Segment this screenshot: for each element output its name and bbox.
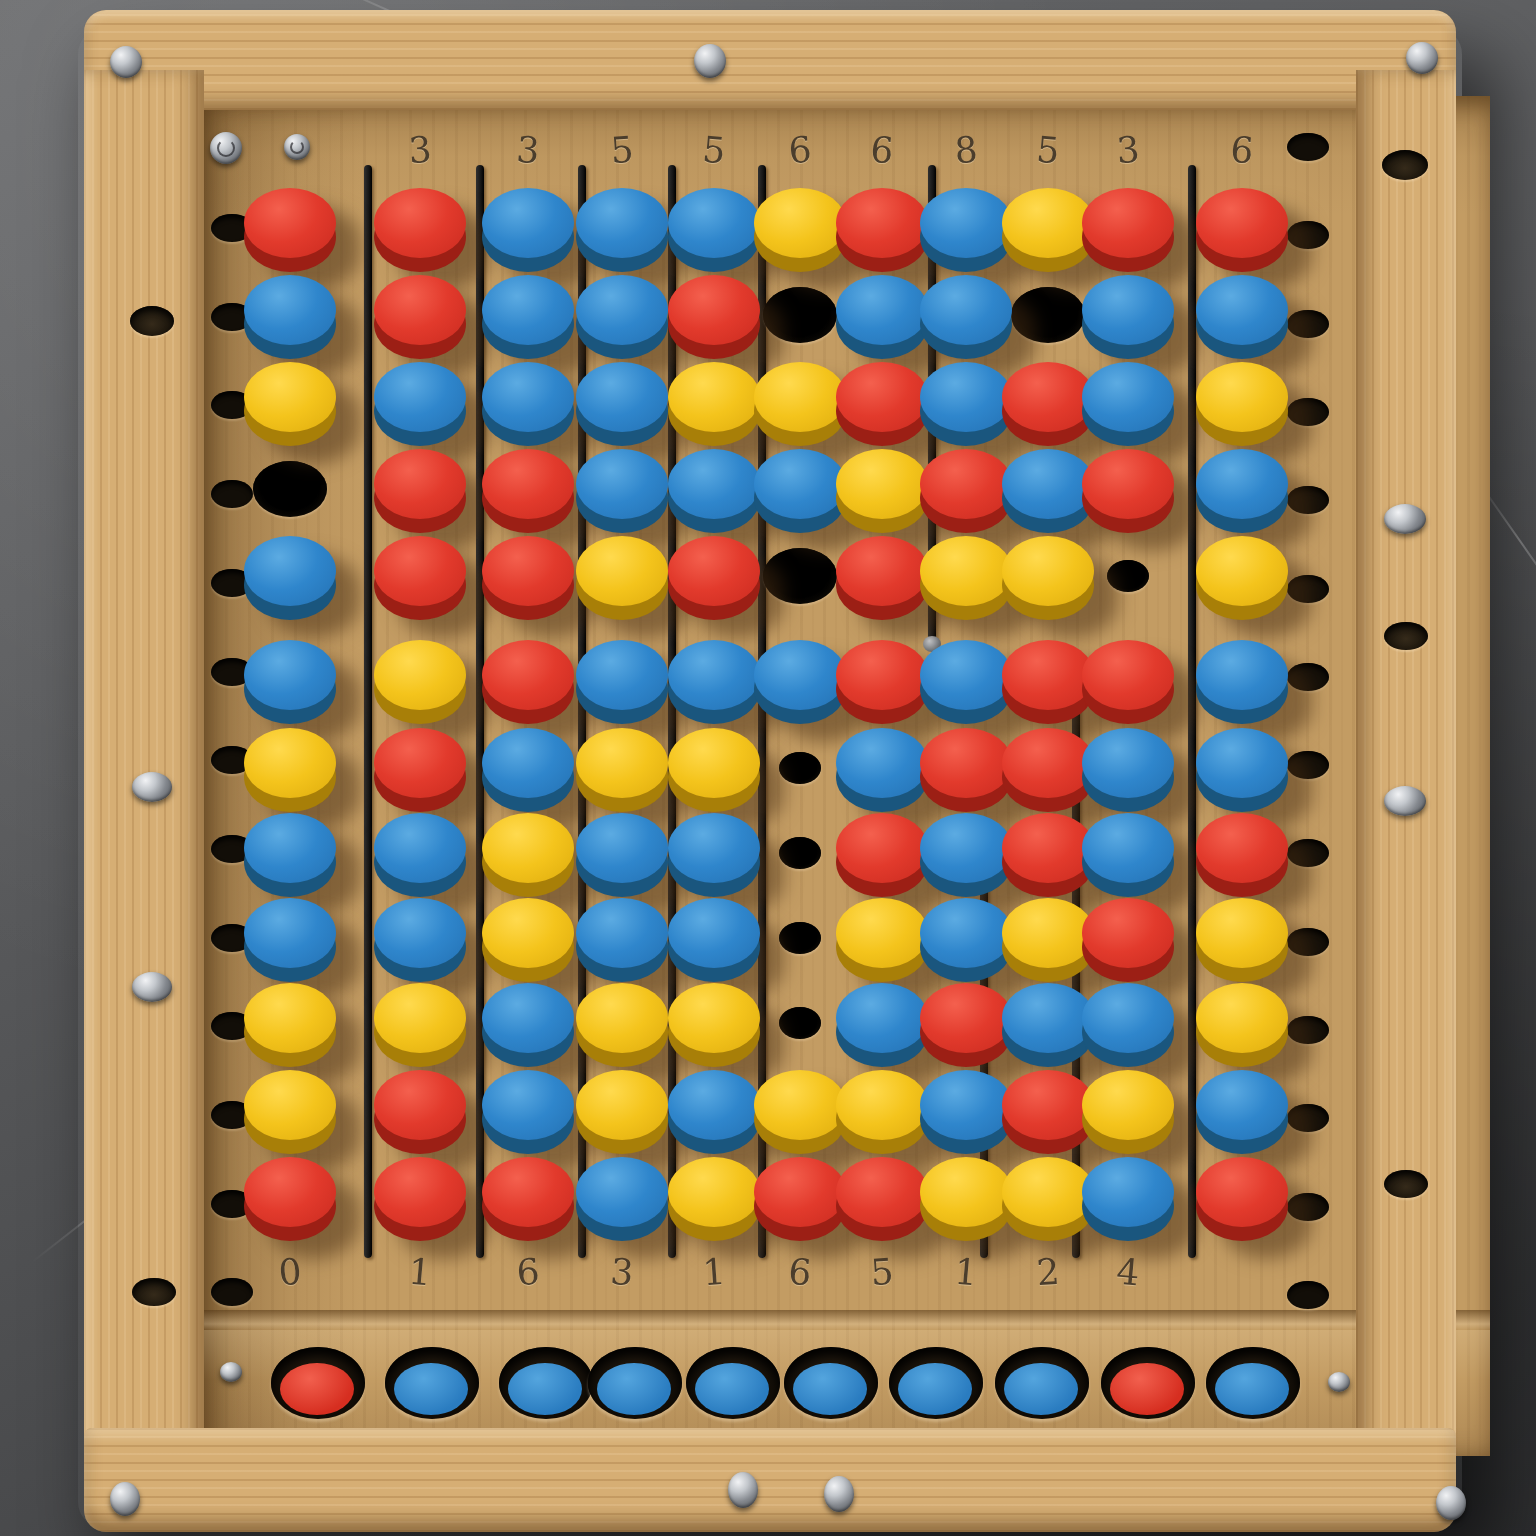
peg-blue[interactable] [244,536,336,620]
peg-red[interactable] [1002,640,1094,724]
peg-yellow[interactable] [576,983,668,1067]
peg-yellow[interactable] [244,728,336,812]
peg-blue[interactable] [668,188,760,272]
peg-blue[interactable] [1082,983,1174,1067]
peg-blue[interactable] [1002,449,1094,533]
peg-red[interactable] [836,813,928,897]
peg-blue[interactable] [1082,1157,1174,1241]
peg-red[interactable] [1196,813,1288,897]
screw-icon [132,972,172,1002]
column-label-top: 6 [787,129,813,171]
peg-yellow[interactable] [1196,536,1288,620]
column-label-bottom: 2 [1035,1251,1061,1293]
peg-blue[interactable] [576,640,668,724]
peg-red[interactable] [482,640,574,724]
tray-peg-blue[interactable] [1215,1363,1289,1415]
peg-blue[interactable] [482,275,574,359]
peg-blue[interactable] [244,898,336,982]
peg-red[interactable] [374,1070,466,1154]
peg-blue[interactable] [244,275,336,359]
tray-peg-red[interactable] [280,1363,354,1415]
peg-yellow[interactable] [1082,1070,1174,1154]
screw-icon [1436,1486,1466,1520]
empty-peg-hole[interactable] [763,548,837,604]
peg-red[interactable] [244,188,336,272]
peg-yellow[interactable] [1196,983,1288,1067]
tray-recess[interactable] [784,1347,878,1419]
side-hole [1287,1016,1329,1044]
peg-red[interactable] [1002,728,1094,812]
rail-hole [130,306,174,336]
tray-peg-blue[interactable] [394,1363,468,1415]
peg-blue[interactable] [1082,728,1174,812]
column-label-bottom: 1 [701,1251,727,1293]
peg-red[interactable] [482,449,574,533]
screw-icon [728,1472,758,1508]
peg-blue[interactable] [576,275,668,359]
peg-red[interactable] [1082,449,1174,533]
peg-blue[interactable] [1082,362,1174,446]
tray-step-edge [202,1310,1490,1330]
peg-yellow[interactable] [1002,1157,1094,1241]
tray-peg-blue[interactable] [793,1363,867,1415]
column-label-bottom: 6 [787,1251,813,1294]
side-hole [1287,1281,1329,1309]
peg-red[interactable] [482,536,574,620]
peg-blue[interactable] [754,640,846,724]
empty-peg-hole[interactable] [1011,287,1085,343]
peg-blue[interactable] [920,640,1012,724]
side-hole [1287,1193,1329,1221]
peg-blue[interactable] [576,188,668,272]
column-label-bottom: 5 [869,1251,895,1293]
peg-blue[interactable] [374,813,466,897]
peg-yellow[interactable] [482,898,574,982]
peg-red[interactable] [836,1157,928,1241]
peg-yellow[interactable] [754,362,846,446]
peg-red[interactable] [754,1157,846,1241]
small-hole [779,837,821,869]
peg-blue[interactable] [668,449,760,533]
column-label-top: 6 [869,129,895,172]
peg-red[interactable] [1196,188,1288,272]
screw-icon [1406,42,1438,74]
peg-red[interactable] [920,449,1012,533]
tray-peg-blue[interactable] [508,1363,582,1415]
peg-red[interactable] [374,536,466,620]
peg-red[interactable] [836,188,928,272]
column-label-top: 5 [1035,129,1061,172]
peg-red[interactable] [1002,813,1094,897]
screw-icon [110,1482,140,1516]
peg-blue[interactable] [482,1070,574,1154]
peg-blue[interactable] [576,362,668,446]
frame-rail-left [84,70,204,1465]
peg-yellow[interactable] [836,898,928,982]
peg-blue[interactable] [668,898,760,982]
peg-blue[interactable] [920,898,1012,982]
peg-blue[interactable] [482,362,574,446]
peg-red[interactable] [374,728,466,812]
screw-icon [1384,786,1426,816]
peg-red[interactable] [374,449,466,533]
peg-yellow[interactable] [576,536,668,620]
peg-yellow[interactable] [1002,536,1094,620]
peg-blue[interactable] [668,1070,760,1154]
peg-red[interactable] [374,275,466,359]
column-label-bottom: 1 [407,1251,433,1294]
peg-blue[interactable] [920,275,1012,359]
peg-red[interactable] [836,536,928,620]
peg-yellow[interactable] [754,1070,846,1154]
tray-recess[interactable] [385,1347,479,1419]
peg-yellow[interactable] [244,983,336,1067]
side-hole [1287,398,1329,426]
peg-yellow[interactable] [836,449,928,533]
column-label-top: 6 [1229,129,1255,172]
peg-yellow[interactable] [482,813,574,897]
peg-red[interactable] [920,728,1012,812]
peg-red[interactable] [1196,1157,1288,1241]
peg-yellow[interactable] [920,536,1012,620]
column-label-top: 3 [407,129,433,171]
peg-blue[interactable] [374,898,466,982]
column-label-top: 3 [515,129,541,172]
peg-red[interactable] [1082,898,1174,982]
peg-red[interactable] [836,640,928,724]
peg-yellow[interactable] [1002,188,1094,272]
peg-blue[interactable] [482,728,574,812]
peg-red[interactable] [668,275,760,359]
peg-blue[interactable] [920,813,1012,897]
peg-red[interactable] [244,1157,336,1241]
peg-red[interactable] [1002,362,1094,446]
peg-blue[interactable] [920,1070,1012,1154]
peg-red[interactable] [482,1157,574,1241]
side-hole [1287,751,1329,779]
peg-red[interactable] [1082,640,1174,724]
tray-recess[interactable] [686,1347,780,1419]
peg-yellow[interactable] [668,728,760,812]
peg-yellow[interactable] [754,188,846,272]
peg-yellow[interactable] [668,983,760,1067]
peg-blue[interactable] [668,640,760,724]
column-label-top: 3 [1115,129,1141,171]
small-hole [779,922,821,954]
frame-rail-bottom [84,1428,1456,1532]
peg-blue[interactable] [920,188,1012,272]
column-label-bottom: 6 [515,1251,541,1293]
peg-blue[interactable] [1082,813,1174,897]
tray-recess[interactable] [499,1347,593,1419]
peg-blue[interactable] [836,728,928,812]
peg-blue[interactable] [1082,275,1174,359]
peg-blue[interactable] [1196,275,1288,359]
tray-recess[interactable] [995,1347,1089,1419]
peg-blue[interactable] [576,449,668,533]
peg-yellow[interactable] [1002,898,1094,982]
tray-recess[interactable] [1206,1347,1300,1419]
frame-rail-top [84,10,1456,110]
rail-hole [1382,150,1428,180]
column-label-bottom: 0 [277,1251,303,1293]
peg-yellow[interactable] [668,362,760,446]
side-hole [1287,663,1329,691]
column-label-bottom: 1 [953,1251,979,1294]
tray-recess[interactable] [588,1347,682,1419]
peg-blue[interactable] [1196,728,1288,812]
peg-yellow[interactable] [1196,898,1288,982]
peg-blue[interactable] [482,983,574,1067]
peg-blue[interactable] [482,188,574,272]
side-hole [1287,486,1329,514]
rail-hole [1384,1170,1428,1198]
peg-blue[interactable] [920,362,1012,446]
side-hole [1287,133,1329,161]
peg-red[interactable] [374,1157,466,1241]
column-label-top: 5 [701,129,727,172]
peg-blue[interactable] [754,449,846,533]
peg-blue[interactable] [836,983,928,1067]
peg-yellow[interactable] [374,640,466,724]
peg-yellow[interactable] [576,728,668,812]
peg-yellow[interactable] [1196,362,1288,446]
peg-yellow[interactable] [374,983,466,1067]
peg-red[interactable] [374,188,466,272]
side-hole [1287,928,1329,956]
peg-blue[interactable] [1196,640,1288,724]
peg-blue[interactable] [244,813,336,897]
tray-peg-blue[interactable] [1004,1363,1078,1415]
tray-peg-red[interactable] [1110,1363,1184,1415]
tray-recess[interactable] [889,1347,983,1419]
peg-yellow[interactable] [244,1070,336,1154]
tray-recess[interactable] [1101,1347,1195,1419]
small-hole [779,1007,821,1039]
screw-icon [284,134,310,160]
peg-blue[interactable] [244,640,336,724]
peg-blue[interactable] [576,898,668,982]
side-hole [211,480,253,508]
peg-red[interactable] [836,362,928,446]
column-divider-line [1188,165,1196,1258]
peg-yellow[interactable] [576,1070,668,1154]
peg-red[interactable] [920,983,1012,1067]
tray-peg-blue[interactable] [898,1363,972,1415]
peg-blue[interactable] [576,1157,668,1241]
screw-icon [210,132,242,164]
small-hole [1107,560,1149,592]
rail-hole [1384,622,1428,650]
column-divider-line [364,165,372,1258]
frame-rail-right [1356,70,1456,1465]
screw-icon [824,1476,854,1512]
screw-icon [132,772,172,802]
side-hole [1287,310,1329,338]
peg-board: 3355668536 0163165124 [84,10,1456,1532]
peg-yellow[interactable] [836,1070,928,1154]
peg-red[interactable] [668,536,760,620]
peg-blue[interactable] [374,362,466,446]
empty-peg-hole[interactable] [253,461,327,517]
side-hole [1287,575,1329,603]
tray-peg-blue[interactable] [597,1363,671,1415]
tray-peg-blue[interactable] [695,1363,769,1415]
peg-yellow[interactable] [920,1157,1012,1241]
peg-blue[interactable] [668,813,760,897]
peg-blue[interactable] [836,275,928,359]
small-hole [779,752,821,784]
empty-peg-hole[interactable] [763,287,837,343]
peg-blue[interactable] [1196,1070,1288,1154]
screw-icon [1328,1372,1350,1392]
peg-yellow[interactable] [668,1157,760,1241]
peg-yellow[interactable] [244,362,336,446]
column-label-top: 5 [609,129,635,171]
rail-hole [132,1278,176,1306]
tray-recess[interactable] [271,1347,365,1419]
screw-icon [220,1362,242,1382]
peg-red[interactable] [1002,1070,1094,1154]
peg-blue[interactable] [576,813,668,897]
column-label-bottom: 3 [609,1251,635,1294]
column-label-bottom: 4 [1115,1251,1141,1294]
screw-icon [694,44,726,78]
peg-blue[interactable] [1002,983,1094,1067]
screw-icon [110,46,142,78]
column-label-top: 8 [953,129,979,171]
screw-icon [1384,504,1426,534]
peg-blue[interactable] [1196,449,1288,533]
peg-red[interactable] [1082,188,1174,272]
